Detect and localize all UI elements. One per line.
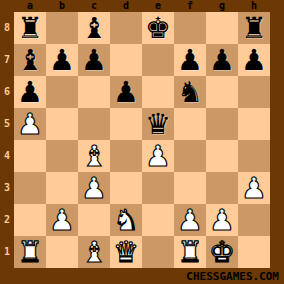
square-g5[interactable] [206, 108, 238, 140]
rank-label-3: 3 [0, 172, 14, 204]
site-label: CHESSGAMES.COM [186, 270, 279, 283]
square-c3[interactable]: ♟ [78, 172, 110, 204]
file-label-f: f [174, 0, 206, 12]
square-b8[interactable] [46, 12, 78, 44]
black-queen-e5: ♛ [145, 108, 171, 140]
square-d2[interactable]: ♞ [110, 204, 142, 236]
square-h6[interactable] [238, 76, 270, 108]
black-pawn-c7: ♟ [81, 44, 107, 76]
square-f2[interactable]: ♟ [174, 204, 206, 236]
white-king-g1: ♚ [209, 236, 235, 268]
square-f5[interactable] [174, 108, 206, 140]
square-h4[interactable] [238, 140, 270, 172]
square-a2[interactable] [14, 204, 46, 236]
rank-label-5: 5 [0, 108, 14, 140]
white-pawn-c3: ♟ [81, 172, 107, 204]
white-pawn-h3: ♟ [241, 172, 267, 204]
square-a7[interactable]: ♝ [14, 44, 46, 76]
square-e6[interactable] [142, 76, 174, 108]
square-c7[interactable]: ♟ [78, 44, 110, 76]
square-g7[interactable]: ♟ [206, 44, 238, 76]
white-pawn-f2: ♟ [177, 204, 203, 236]
black-king-e8: ♚ [145, 12, 171, 44]
white-pawn-e4: ♟ [145, 140, 171, 172]
file-label-b: b [46, 0, 78, 12]
file-label-g: g [206, 0, 238, 12]
rank-label-4: 4 [0, 140, 14, 172]
square-c5[interactable] [78, 108, 110, 140]
black-pawn-h7: ♟ [241, 44, 267, 76]
square-h5[interactable] [238, 108, 270, 140]
square-e4[interactable]: ♟ [142, 140, 174, 172]
black-pawn-a6: ♟ [17, 76, 43, 108]
square-e2[interactable] [142, 204, 174, 236]
white-rook-f1: ♜ [177, 236, 203, 268]
file-labels: abcdefgh [14, 0, 270, 12]
black-rook-h8: ♜ [241, 12, 267, 44]
rank-label-6: 6 [0, 76, 14, 108]
square-b4[interactable] [46, 140, 78, 172]
board: ♜♝♚♜♝♟♟♟♟♟♟♟♞♟♛♝♟♟♟♟♞♟♟♜♝♛♜♚ [14, 12, 270, 268]
white-pawn-g2: ♟ [209, 204, 235, 236]
white-rook-a1: ♜ [17, 236, 43, 268]
square-b2[interactable]: ♟ [46, 204, 78, 236]
square-c6[interactable] [78, 76, 110, 108]
square-d8[interactable] [110, 12, 142, 44]
white-bishop-c4: ♝ [81, 140, 107, 172]
white-pawn-a5: ♟ [17, 108, 43, 140]
square-a3[interactable] [14, 172, 46, 204]
square-h3[interactable]: ♟ [238, 172, 270, 204]
square-f6[interactable]: ♞ [174, 76, 206, 108]
square-g1[interactable]: ♚ [206, 236, 238, 268]
square-h8[interactable]: ♜ [238, 12, 270, 44]
black-pawn-d6: ♟ [113, 76, 139, 108]
square-g2[interactable]: ♟ [206, 204, 238, 236]
square-c1[interactable]: ♝ [78, 236, 110, 268]
square-b7[interactable]: ♟ [46, 44, 78, 76]
square-b1[interactable] [46, 236, 78, 268]
square-h7[interactable]: ♟ [238, 44, 270, 76]
square-a1[interactable]: ♜ [14, 236, 46, 268]
square-d7[interactable] [110, 44, 142, 76]
square-g8[interactable] [206, 12, 238, 44]
square-d5[interactable] [110, 108, 142, 140]
black-rook-a8: ♜ [17, 12, 43, 44]
square-a8[interactable]: ♜ [14, 12, 46, 44]
square-e5[interactable]: ♛ [142, 108, 174, 140]
square-c4[interactable]: ♝ [78, 140, 110, 172]
file-label-d: d [110, 0, 142, 12]
black-pawn-b7: ♟ [49, 44, 75, 76]
square-b6[interactable] [46, 76, 78, 108]
black-bishop-c8: ♝ [81, 12, 107, 44]
black-bishop-a7: ♝ [17, 44, 43, 76]
white-knight-d2: ♞ [113, 204, 139, 236]
square-f4[interactable] [174, 140, 206, 172]
black-pawn-g7: ♟ [209, 44, 235, 76]
square-f1[interactable]: ♜ [174, 236, 206, 268]
square-d3[interactable] [110, 172, 142, 204]
square-f7[interactable]: ♟ [174, 44, 206, 76]
square-f3[interactable] [174, 172, 206, 204]
square-a5[interactable]: ♟ [14, 108, 46, 140]
square-a6[interactable]: ♟ [14, 76, 46, 108]
black-knight-f6: ♞ [177, 76, 203, 108]
square-e7[interactable] [142, 44, 174, 76]
square-g3[interactable] [206, 172, 238, 204]
rank-labels: 87654321 [0, 12, 14, 268]
rank-label-8: 8 [0, 12, 14, 44]
square-d6[interactable]: ♟ [110, 76, 142, 108]
square-d4[interactable] [110, 140, 142, 172]
square-g6[interactable] [206, 76, 238, 108]
white-queen-d1: ♛ [113, 236, 139, 268]
rank-label-1: 1 [0, 236, 14, 268]
white-bishop-c1: ♝ [81, 236, 107, 268]
square-e3[interactable] [142, 172, 174, 204]
square-h1[interactable] [238, 236, 270, 268]
square-e1[interactable] [142, 236, 174, 268]
chess-diagram: abcdefgh 87654321 ♜♝♚♜♝♟♟♟♟♟♟♟♞♟♛♝♟♟♟♟♞♟… [0, 0, 284, 284]
square-d1[interactable]: ♛ [110, 236, 142, 268]
square-c2[interactable] [78, 204, 110, 236]
white-pawn-b2: ♟ [49, 204, 75, 236]
square-c8[interactable]: ♝ [78, 12, 110, 44]
square-a4[interactable] [14, 140, 46, 172]
square-e8[interactable]: ♚ [142, 12, 174, 44]
square-f8[interactable] [174, 12, 206, 44]
square-b3[interactable] [46, 172, 78, 204]
rank-label-2: 2 [0, 204, 14, 236]
square-b5[interactable] [46, 108, 78, 140]
square-h2[interactable] [238, 204, 270, 236]
black-pawn-f7: ♟ [177, 44, 203, 76]
square-g4[interactable] [206, 140, 238, 172]
rank-label-7: 7 [0, 44, 14, 76]
